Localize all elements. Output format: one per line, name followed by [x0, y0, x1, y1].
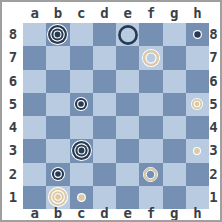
rank-label-right-5: 5	[205, 96, 222, 113]
rank-label-right-1: 1	[205, 189, 222, 206]
square-e7[interactable]	[116, 46, 139, 69]
square-a4[interactable]	[23, 116, 46, 139]
rank-label-left-1: 1	[5, 189, 21, 206]
file-label-top-a: a	[26, 5, 44, 22]
square-a7[interactable]	[23, 46, 46, 69]
piece-cream-open-ring-edged-f2[interactable]	[142, 166, 159, 183]
square-a8[interactable]	[23, 23, 46, 46]
square-f8[interactable]	[139, 23, 162, 46]
square-f4[interactable]	[139, 116, 162, 139]
piece-cream-ring-h5[interactable]	[190, 97, 204, 111]
rank-label-left-7: 7	[5, 49, 21, 66]
square-d4[interactable]	[93, 116, 116, 139]
square-g6[interactable]	[163, 70, 186, 93]
piece-navy-open-ring-plain-e8[interactable]	[117, 24, 139, 46]
file-label-bottom-a: a	[26, 205, 44, 222]
square-b5[interactable]	[46, 93, 69, 116]
rank-label-left-8: 8	[5, 26, 21, 43]
square-c8[interactable]	[70, 23, 93, 46]
square-d8[interactable]	[93, 23, 116, 46]
square-c4[interactable]	[70, 116, 93, 139]
rank-label-right-6: 6	[205, 73, 222, 90]
square-g4[interactable]	[163, 116, 186, 139]
rank-label-right-3: 3	[205, 142, 222, 159]
square-b3[interactable]	[46, 139, 69, 162]
rank-label-left-5: 5	[5, 96, 21, 113]
file-label-top-e: e	[119, 5, 137, 22]
rank-label-left-4: 4	[5, 119, 21, 136]
square-d6[interactable]	[93, 70, 116, 93]
square-g8[interactable]	[163, 23, 186, 46]
square-g5[interactable]	[163, 93, 186, 116]
rank-label-right-4: 4	[205, 119, 222, 136]
square-e4[interactable]	[116, 116, 139, 139]
file-label-bottom-c: c	[72, 205, 90, 222]
square-e6[interactable]	[116, 70, 139, 93]
file-label-top-b: b	[49, 5, 67, 22]
square-b4[interactable]	[46, 116, 69, 139]
square-f5[interactable]	[139, 93, 162, 116]
square-g2[interactable]	[163, 163, 186, 186]
square-c6[interactable]	[70, 70, 93, 93]
piece-cream-open-ring-edged-f7[interactable]	[141, 48, 161, 68]
square-c7[interactable]	[70, 46, 93, 69]
square-a6[interactable]	[23, 70, 46, 93]
file-label-bottom-f: f	[142, 205, 160, 222]
square-e3[interactable]	[116, 139, 139, 162]
square-d5[interactable]	[93, 93, 116, 116]
file-label-top-g: g	[165, 5, 183, 22]
square-a3[interactable]	[23, 139, 46, 162]
square-g7[interactable]	[163, 46, 186, 69]
file-label-top-f: f	[142, 5, 160, 22]
square-d7[interactable]	[93, 46, 116, 69]
piece-navy-target-b8[interactable]	[46, 23, 69, 46]
piece-navy-ring-c5[interactable]	[73, 96, 89, 112]
rank-label-left-3: 3	[5, 142, 21, 159]
file-label-bottom-h: h	[188, 205, 206, 222]
file-label-bottom-d: d	[95, 205, 113, 222]
rank-label-left-2: 2	[5, 166, 21, 183]
file-label-bottom-g: g	[165, 205, 183, 222]
square-g3[interactable]	[163, 139, 186, 162]
file-label-top-d: d	[95, 5, 113, 22]
rank-label-right-2: 2	[205, 166, 222, 183]
square-a2[interactable]	[23, 163, 46, 186]
square-e2[interactable]	[116, 163, 139, 186]
square-f6[interactable]	[139, 70, 162, 93]
square-c2[interactable]	[70, 163, 93, 186]
piece-navy-dot-h8[interactable]	[192, 29, 203, 40]
square-f3[interactable]	[139, 139, 162, 162]
rank-label-right-8: 8	[205, 26, 222, 43]
file-label-top-h: h	[188, 5, 206, 22]
file-label-top-c: c	[72, 5, 90, 22]
rank-label-left-6: 6	[5, 73, 21, 90]
file-label-bottom-e: e	[119, 205, 137, 222]
square-d2[interactable]	[93, 163, 116, 186]
piece-cream-dot-h3[interactable]	[192, 146, 202, 156]
piece-cream-target-b1[interactable]	[47, 186, 69, 208]
board-frame: aabbccddeeffgghh8877665544332211	[0, 0, 222, 222]
square-e5[interactable]	[116, 93, 139, 116]
piece-navy-ring-b2[interactable]	[50, 166, 66, 182]
square-b7[interactable]	[46, 46, 69, 69]
square-b6[interactable]	[46, 70, 69, 93]
square-d3[interactable]	[93, 139, 116, 162]
piece-cream-dot-c1[interactable]	[76, 192, 87, 203]
square-a5[interactable]	[23, 93, 46, 116]
rank-label-right-7: 7	[205, 49, 222, 66]
piece-navy-target-c3[interactable]	[70, 139, 93, 162]
